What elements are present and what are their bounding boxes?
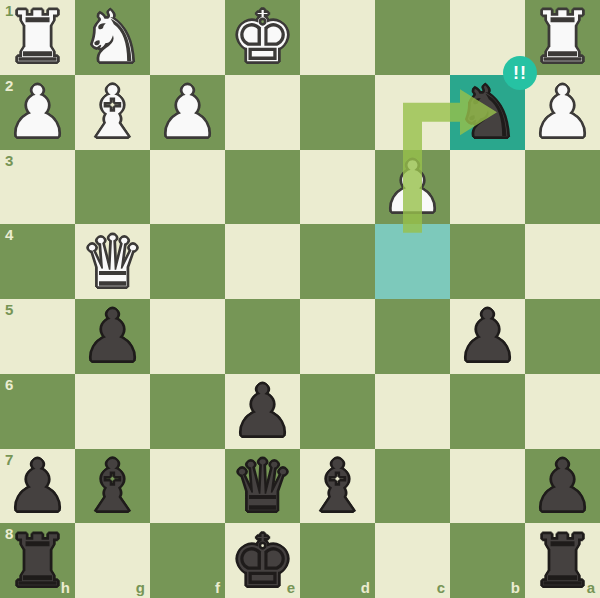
square-g7[interactable]: ♝ xyxy=(75,449,150,524)
square-d6[interactable] xyxy=(300,374,375,449)
square-h6[interactable]: 6 xyxy=(0,374,75,449)
square-a2[interactable]: ♟ xyxy=(525,75,600,150)
square-e8[interactable]: e♚ xyxy=(225,523,300,598)
file-label-f: f xyxy=(215,580,220,595)
black-king-e8[interactable]: ♚ xyxy=(225,523,300,598)
square-h8[interactable]: 8h♜ xyxy=(0,523,75,598)
square-c4[interactable] xyxy=(375,224,450,299)
black-rook-a8[interactable]: ♜ xyxy=(525,523,600,598)
square-d4[interactable] xyxy=(300,224,375,299)
brilliant-move-badge: !! xyxy=(503,56,537,90)
square-b5[interactable]: ♟ xyxy=(450,299,525,374)
square-d5[interactable] xyxy=(300,299,375,374)
square-b3[interactable] xyxy=(450,150,525,225)
square-a7[interactable]: ♟ xyxy=(525,449,600,524)
black-bishop-g7[interactable]: ♝ xyxy=(75,449,150,524)
black-pawn-g5[interactable]: ♟ xyxy=(75,299,150,374)
square-d8[interactable]: d xyxy=(300,523,375,598)
white-pawn-c3[interactable]: ♟ xyxy=(375,150,450,225)
square-a1[interactable]: ♜ xyxy=(525,0,600,75)
white-bishop-g2[interactable]: ♝ xyxy=(75,75,150,150)
black-rook-h8[interactable]: ♜ xyxy=(0,523,75,598)
square-d3[interactable] xyxy=(300,150,375,225)
square-f7[interactable] xyxy=(150,449,225,524)
rank-label-4: 4 xyxy=(5,227,13,242)
square-h4[interactable]: 4 xyxy=(0,224,75,299)
square-b6[interactable] xyxy=(450,374,525,449)
black-pawn-b5[interactable]: ♟ xyxy=(450,299,525,374)
square-h1[interactable]: 1♜ xyxy=(0,0,75,75)
square-b4[interactable] xyxy=(450,224,525,299)
square-c3[interactable]: ♟ xyxy=(375,150,450,225)
square-f8[interactable]: f xyxy=(150,523,225,598)
square-f6[interactable] xyxy=(150,374,225,449)
square-f3[interactable] xyxy=(150,150,225,225)
square-a3[interactable] xyxy=(525,150,600,225)
file-label-b: b xyxy=(511,580,520,595)
square-f2[interactable]: ♟ xyxy=(150,75,225,150)
square-h2[interactable]: 2♟ xyxy=(0,75,75,150)
square-c8[interactable]: c xyxy=(375,523,450,598)
file-label-g: g xyxy=(136,580,145,595)
square-e6[interactable]: ♟ xyxy=(225,374,300,449)
square-g1[interactable]: ♞ xyxy=(75,0,150,75)
white-king-e1[interactable]: ♚ xyxy=(225,0,300,75)
square-c6[interactable] xyxy=(375,374,450,449)
black-queen-e7[interactable]: ♛ xyxy=(225,449,300,524)
square-f4[interactable] xyxy=(150,224,225,299)
white-pawn-a2[interactable]: ♟ xyxy=(525,75,600,150)
black-pawn-e6[interactable]: ♟ xyxy=(225,374,300,449)
file-label-c: c xyxy=(437,580,445,595)
square-e4[interactable] xyxy=(225,224,300,299)
chess-board: 1♜♞♚♜2♟♝♟♞♟3♟4♛5♟♟6♟7♟♝♛♝♟8h♜gfe♚dcba♜ !… xyxy=(0,0,600,598)
black-pawn-h7[interactable]: ♟ xyxy=(0,449,75,524)
square-b7[interactable] xyxy=(450,449,525,524)
square-c2[interactable] xyxy=(375,75,450,150)
square-g5[interactable]: ♟ xyxy=(75,299,150,374)
rank-label-3: 3 xyxy=(5,153,13,168)
square-d7[interactable]: ♝ xyxy=(300,449,375,524)
black-pawn-a7[interactable]: ♟ xyxy=(525,449,600,524)
square-g6[interactable] xyxy=(75,374,150,449)
square-e5[interactable] xyxy=(225,299,300,374)
square-e3[interactable] xyxy=(225,150,300,225)
rank-label-6: 6 xyxy=(5,377,13,392)
square-c5[interactable] xyxy=(375,299,450,374)
square-b8[interactable]: b xyxy=(450,523,525,598)
square-a4[interactable] xyxy=(525,224,600,299)
square-e7[interactable]: ♛ xyxy=(225,449,300,524)
square-g2[interactable]: ♝ xyxy=(75,75,150,150)
black-bishop-d7[interactable]: ♝ xyxy=(300,449,375,524)
square-d2[interactable] xyxy=(300,75,375,150)
square-h3[interactable]: 3 xyxy=(0,150,75,225)
white-rook-h1[interactable]: ♜ xyxy=(0,0,75,75)
square-g3[interactable] xyxy=(75,150,150,225)
square-g8[interactable]: g xyxy=(75,523,150,598)
white-pawn-f2[interactable]: ♟ xyxy=(150,75,225,150)
square-d1[interactable] xyxy=(300,0,375,75)
white-pawn-h2[interactable]: ♟ xyxy=(0,75,75,150)
white-queen-g4[interactable]: ♛ xyxy=(75,224,150,299)
square-g4[interactable]: ♛ xyxy=(75,224,150,299)
file-label-d: d xyxy=(361,580,370,595)
square-c1[interactable] xyxy=(375,0,450,75)
square-h7[interactable]: 7♟ xyxy=(0,449,75,524)
square-e1[interactable]: ♚ xyxy=(225,0,300,75)
square-f1[interactable] xyxy=(150,0,225,75)
square-f5[interactable] xyxy=(150,299,225,374)
square-a6[interactable] xyxy=(525,374,600,449)
white-knight-g1[interactable]: ♞ xyxy=(75,0,150,75)
white-rook-a1[interactable]: ♜ xyxy=(525,0,600,75)
square-a8[interactable]: a♜ xyxy=(525,523,600,598)
rank-label-5: 5 xyxy=(5,302,13,317)
square-e2[interactable] xyxy=(225,75,300,150)
square-h5[interactable]: 5 xyxy=(0,299,75,374)
square-c7[interactable] xyxy=(375,449,450,524)
square-a5[interactable] xyxy=(525,299,600,374)
